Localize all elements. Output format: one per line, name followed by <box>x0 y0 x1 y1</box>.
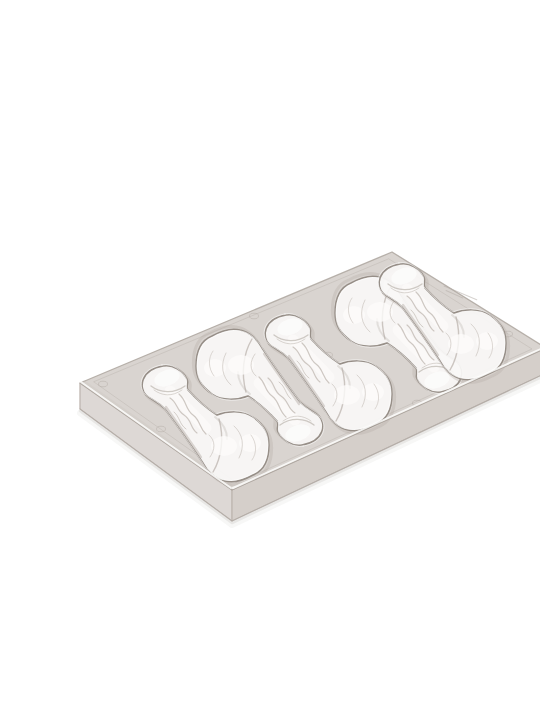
product-photo <box>40 16 540 720</box>
mold-tray <box>80 252 540 525</box>
scene-svg <box>40 16 540 720</box>
